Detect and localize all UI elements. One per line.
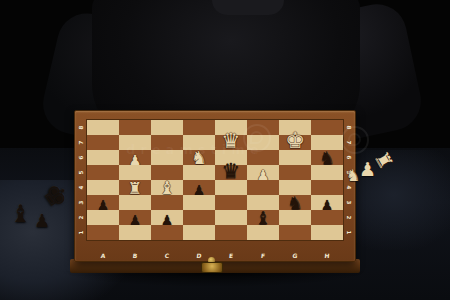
file-label-C: C: [151, 251, 184, 260]
square-a3[interactable]: ♟: [87, 195, 119, 210]
square-d5[interactable]: [183, 165, 215, 180]
square-a6[interactable]: [87, 150, 119, 165]
square-c1[interactable]: [151, 225, 183, 240]
square-f2[interactable]: ♝: [247, 210, 279, 225]
rank-labels-left-3: 3: [73, 197, 88, 208]
file-label-H: H: [311, 251, 344, 260]
square-f5[interactable]: ♟: [247, 165, 279, 180]
square-a7[interactable]: [87, 135, 119, 150]
rank-labels-right-3: 3: [342, 197, 357, 208]
square-h1[interactable]: [311, 225, 343, 240]
square-e3[interactable]: [215, 195, 247, 210]
square-g6[interactable]: [279, 150, 311, 165]
square-d1[interactable]: [183, 225, 215, 240]
square-b5[interactable]: [119, 165, 151, 180]
square-e1[interactable]: [215, 225, 247, 240]
square-d3[interactable]: [183, 195, 215, 210]
square-h2[interactable]: [311, 210, 343, 225]
brass-clasp-icon: [197, 257, 225, 273]
watermark-logo-icon: [243, 124, 271, 152]
square-f4[interactable]: [247, 180, 279, 195]
square-b4[interactable]: ♜: [119, 180, 151, 195]
square-a8[interactable]: [87, 120, 119, 135]
square-a5[interactable]: [87, 165, 119, 180]
square-g5[interactable]: [279, 165, 311, 180]
square-c3[interactable]: [151, 195, 183, 210]
square-a2[interactable]: [87, 210, 119, 225]
file-label-F: F: [247, 251, 280, 260]
rank-labels-left-6: 6: [73, 152, 88, 163]
rank-labels-right-1: 1: [342, 227, 357, 238]
square-h6[interactable]: ♞: [311, 150, 343, 165]
file-label-A: A: [87, 251, 120, 260]
person-collar: [212, 0, 284, 15]
piece-white-king-g7[interactable]: ♚: [279, 130, 311, 152]
square-g2[interactable]: [279, 210, 311, 225]
chess-photo-scene: ♛♚♟♞♞♛♟♜♝♟♟♞♟♟♟♝ ABCDEFGH 87654321 87654…: [0, 0, 450, 300]
file-label-B: B: [119, 251, 152, 260]
square-f1[interactable]: [247, 225, 279, 240]
captured-black-pawn[interactable]: ♟: [34, 212, 50, 230]
square-a1[interactable]: [87, 225, 119, 240]
square-c4[interactable]: ♝: [151, 180, 183, 195]
square-d8[interactable]: [183, 120, 215, 135]
square-c2[interactable]: ♟: [151, 210, 183, 225]
square-d2[interactable]: [183, 210, 215, 225]
rank-labels-left-1: 1: [73, 227, 88, 238]
square-h3[interactable]: ♟: [311, 195, 343, 210]
board-grid: ♛♚♟♞♞♛♟♜♝♟♟♞♟♟♟♝: [87, 120, 343, 240]
watermark-logo-icon: [341, 126, 369, 154]
file-label-G: G: [279, 251, 312, 260]
square-h8[interactable]: [311, 120, 343, 135]
chess-board: ♛♚♟♞♞♛♟♜♝♟♟♞♟♟♟♝ ABCDEFGH 87654321 87654…: [74, 110, 356, 262]
watermark-text: dreamstime: [126, 142, 264, 157]
clasp-plate: [201, 262, 223, 273]
rank-labels-left-7: 7: [73, 137, 88, 148]
square-e2[interactable]: [215, 210, 247, 225]
square-b2[interactable]: ♟: [119, 210, 151, 225]
captured-black-bishop[interactable]: ♝: [10, 202, 32, 226]
rank-labels-left-2: 2: [73, 212, 88, 223]
square-a4[interactable]: [87, 180, 119, 195]
square-b1[interactable]: [119, 225, 151, 240]
square-e4[interactable]: [215, 180, 247, 195]
square-b3[interactable]: [119, 195, 151, 210]
square-b8[interactable]: [119, 120, 151, 135]
square-h5[interactable]: [311, 165, 343, 180]
rank-labels-left: 87654321: [75, 120, 86, 240]
rank-labels-right-2: 2: [342, 212, 357, 223]
square-c8[interactable]: [151, 120, 183, 135]
square-g7[interactable]: ♚: [279, 135, 311, 150]
square-g3[interactable]: ♞: [279, 195, 311, 210]
rank-labels-left-5: 5: [73, 167, 88, 178]
board-cast-shadow: [58, 271, 372, 287]
piece-black-queen-e5[interactable]: ♛: [215, 161, 247, 182]
square-g1[interactable]: [279, 225, 311, 240]
square-d4[interactable]: ♟: [183, 180, 215, 195]
square-h4[interactable]: [311, 180, 343, 195]
rank-labels-left-8: 8: [73, 122, 88, 133]
rank-labels-left-4: 4: [73, 182, 88, 193]
square-e5[interactable]: ♛: [215, 165, 247, 180]
